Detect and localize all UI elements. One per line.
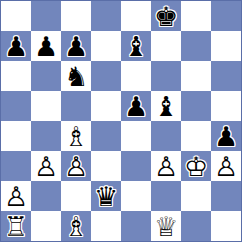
white-pawn-glyph: ♙ — [151, 151, 181, 181]
black-pawn-glyph: ♟ — [1, 31, 31, 61]
black-queen-glyph: ♛ — [91, 181, 121, 211]
square-e7[interactable]: ♝♝ — [121, 31, 151, 61]
square-a7[interactable]: ♟♟ — [1, 31, 31, 61]
black-bishop-glyph: ♝ — [121, 31, 151, 61]
square-g8[interactable] — [181, 1, 211, 31]
square-c3[interactable]: ♟♙ — [61, 151, 91, 181]
square-e3[interactable] — [121, 151, 151, 181]
square-h8[interactable] — [211, 1, 241, 31]
square-d7[interactable] — [91, 31, 121, 61]
square-f4[interactable] — [151, 121, 181, 151]
square-h4[interactable]: ♟♟ — [211, 121, 241, 151]
square-b7[interactable]: ♟♟ — [31, 31, 61, 61]
white-bishop-glyph: ♗ — [61, 121, 91, 151]
square-h3[interactable]: ♟♙ — [211, 151, 241, 181]
white-queen-glyph: ♕ — [151, 211, 181, 241]
black-pawn[interactable]: ♟♟ — [1, 31, 31, 61]
square-h1[interactable] — [211, 211, 241, 241]
black-knight-glyph: ♞ — [61, 61, 91, 91]
square-e6[interactable] — [121, 61, 151, 91]
square-h6[interactable] — [211, 61, 241, 91]
white-pawn[interactable]: ♟♙ — [151, 151, 181, 181]
square-e8[interactable] — [121, 1, 151, 31]
square-e4[interactable] — [121, 121, 151, 151]
white-pawn-glyph: ♙ — [1, 181, 31, 211]
black-pawn[interactable]: ♟♟ — [31, 31, 61, 61]
square-b5[interactable] — [31, 91, 61, 121]
white-bishop[interactable]: ♝♗ — [61, 121, 91, 151]
black-pawn-glyph: ♟ — [31, 31, 61, 61]
black-pawn[interactable]: ♟♟ — [211, 121, 241, 151]
black-pawn-glyph: ♟ — [121, 91, 151, 121]
square-a3[interactable] — [1, 151, 31, 181]
white-king-glyph: ♔ — [181, 151, 211, 181]
square-c6[interactable]: ♞♞ — [61, 61, 91, 91]
square-g2[interactable] — [181, 181, 211, 211]
square-a2[interactable]: ♟♙ — [1, 181, 31, 211]
black-bishop[interactable]: ♝♝ — [151, 91, 181, 121]
square-h5[interactable] — [211, 91, 241, 121]
white-bishop-glyph: ♗ — [61, 211, 91, 241]
white-pawn-glyph: ♙ — [31, 151, 61, 181]
square-b4[interactable] — [31, 121, 61, 151]
square-h2[interactable] — [211, 181, 241, 211]
square-b2[interactable] — [31, 181, 61, 211]
square-f1[interactable]: ♛♕ — [151, 211, 181, 241]
square-e5[interactable]: ♟♟ — [121, 91, 151, 121]
square-c1[interactable]: ♝♗ — [61, 211, 91, 241]
square-e2[interactable] — [121, 181, 151, 211]
square-g5[interactable] — [181, 91, 211, 121]
square-c8[interactable] — [61, 1, 91, 31]
square-f8[interactable]: ♚♚ — [151, 1, 181, 31]
chess-board: ♚♚♟♟♟♟♟♟♝♝♞♞♟♟♝♝♝♗♟♟♟♙♟♙♟♙♚♔♟♙♟♙♛♛♜♖♝♗♛♕ — [0, 0, 242, 242]
black-king[interactable]: ♚♚ — [151, 1, 181, 31]
black-pawn[interactable]: ♟♟ — [61, 31, 91, 61]
black-bishop[interactable]: ♝♝ — [121, 31, 151, 61]
white-queen[interactable]: ♛♕ — [151, 211, 181, 241]
white-pawn[interactable]: ♟♙ — [31, 151, 61, 181]
square-d3[interactable] — [91, 151, 121, 181]
square-a4[interactable] — [1, 121, 31, 151]
square-f3[interactable]: ♟♙ — [151, 151, 181, 181]
square-g4[interactable] — [181, 121, 211, 151]
square-f2[interactable] — [151, 181, 181, 211]
white-pawn[interactable]: ♟♙ — [211, 151, 241, 181]
square-b8[interactable] — [31, 1, 61, 31]
white-rook-glyph: ♖ — [1, 211, 31, 241]
square-a5[interactable] — [1, 91, 31, 121]
square-a6[interactable] — [1, 61, 31, 91]
square-c5[interactable] — [61, 91, 91, 121]
square-c4[interactable]: ♝♗ — [61, 121, 91, 151]
square-f5[interactable]: ♝♝ — [151, 91, 181, 121]
square-d2[interactable]: ♛♛ — [91, 181, 121, 211]
square-g3[interactable]: ♚♔ — [181, 151, 211, 181]
square-b6[interactable] — [31, 61, 61, 91]
black-pawn[interactable]: ♟♟ — [121, 91, 151, 121]
black-pawn-glyph: ♟ — [211, 121, 241, 151]
white-king[interactable]: ♚♔ — [181, 151, 211, 181]
square-d4[interactable] — [91, 121, 121, 151]
black-king-glyph: ♚ — [151, 1, 181, 31]
white-pawn[interactable]: ♟♙ — [61, 151, 91, 181]
white-bishop[interactable]: ♝♗ — [61, 211, 91, 241]
black-queen[interactable]: ♛♛ — [91, 181, 121, 211]
black-bishop-glyph: ♝ — [151, 91, 181, 121]
square-h7[interactable] — [211, 31, 241, 61]
square-b1[interactable] — [31, 211, 61, 241]
square-d1[interactable] — [91, 211, 121, 241]
square-f6[interactable] — [151, 61, 181, 91]
white-pawn-glyph: ♙ — [211, 151, 241, 181]
square-e1[interactable] — [121, 211, 151, 241]
square-d6[interactable] — [91, 61, 121, 91]
square-g7[interactable] — [181, 31, 211, 61]
black-pawn-glyph: ♟ — [61, 31, 91, 61]
white-pawn-glyph: ♙ — [61, 151, 91, 181]
square-d5[interactable] — [91, 91, 121, 121]
white-rook[interactable]: ♜♖ — [1, 211, 31, 241]
square-c7[interactable]: ♟♟ — [61, 31, 91, 61]
square-f7[interactable] — [151, 31, 181, 61]
square-g6[interactable] — [181, 61, 211, 91]
square-a1[interactable]: ♜♖ — [1, 211, 31, 241]
white-pawn[interactable]: ♟♙ — [1, 181, 31, 211]
square-a8[interactable] — [1, 1, 31, 31]
square-b3[interactable]: ♟♙ — [31, 151, 61, 181]
black-knight[interactable]: ♞♞ — [61, 61, 91, 91]
square-g1[interactable] — [181, 211, 211, 241]
square-c2[interactable] — [61, 181, 91, 211]
square-d8[interactable] — [91, 1, 121, 31]
